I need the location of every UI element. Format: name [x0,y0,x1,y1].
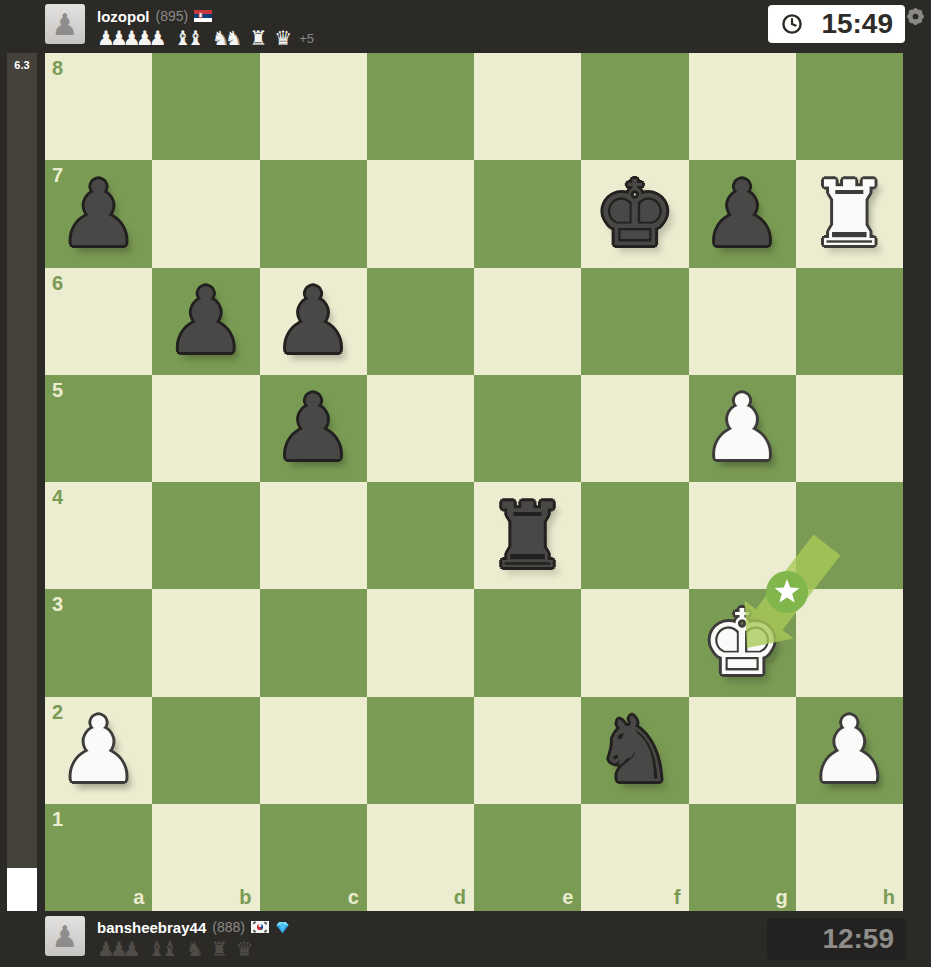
pawn-avatar-icon: ♟ [52,919,79,954]
piece-black-pawn[interactable]: ♟ [152,268,259,375]
square-h6[interactable] [796,268,903,375]
captured-bishop-group: ♝♝ [148,939,186,959]
square-f6[interactable] [581,268,688,375]
square-h3[interactable] [796,589,903,696]
square-a8[interactable]: 8 [45,53,152,160]
top-player-captured-pieces: ♟♟♟♟♟♝♝♞♞♜♛+5 [97,28,314,48]
rank-label-6: 6 [52,273,63,293]
chess-game-screen: ♟ lozopol (895) ♟♟♟♟♟♝♝♞♞♜♛+5 15:49 [0,0,931,967]
file-label-b: b [239,887,251,907]
top-player-clock: 15:49 [768,5,905,43]
square-e5[interactable] [474,375,581,482]
square-c8[interactable] [260,53,367,160]
piece-white-king[interactable]: ♚ [689,589,796,696]
piece-black-pawn[interactable]: ♟ [689,160,796,267]
captured-knight-group: ♞♞ [212,28,250,48]
captured-queen-group: ♛ [274,28,299,48]
bottom-player-rating: (888) [212,919,245,935]
captured-pawn-group: ♟♟♟ [97,939,148,959]
square-c1[interactable]: c [260,804,367,911]
rank-label-4: 4 [52,487,63,507]
piece-black-king[interactable]: ♚ [581,160,688,267]
captured-rook-group: ♜ [211,939,236,959]
top-player-info: lozopol (895) ♟♟♟♟♟♝♝♞♞♜♛+5 [97,7,314,48]
file-label-g: g [776,887,788,907]
square-f4[interactable] [581,482,688,589]
square-d6[interactable] [367,268,474,375]
square-d1[interactable]: d [367,804,474,911]
square-g8[interactable] [689,53,796,160]
square-d2[interactable] [367,697,474,804]
piece-white-rook[interactable]: ♜ [796,160,903,267]
rank-label-3: 3 [52,594,63,614]
square-d3[interactable] [367,589,474,696]
square-c7[interactable] [260,160,367,267]
square-c3[interactable] [260,589,367,696]
square-a4[interactable]: 4 [45,482,152,589]
square-e2[interactable] [474,697,581,804]
piece-black-rook[interactable]: ♜ [474,482,581,589]
square-b1[interactable]: b [152,804,259,911]
file-label-e: e [562,887,573,907]
square-h2[interactable]: ♟ [796,697,903,804]
square-h1[interactable]: h [796,804,903,911]
square-f8[interactable] [581,53,688,160]
captured-queen-group: ♛ [236,939,261,959]
square-a6[interactable]: 6 [45,268,152,375]
square-f7[interactable]: ♚ [581,160,688,267]
piece-black-pawn[interactable]: ♟ [45,160,152,267]
file-label-a: a [133,887,144,907]
square-h7[interactable]: ♜ [796,160,903,267]
square-g1[interactable]: g [689,804,796,911]
square-a2[interactable]: 2♟ [45,697,152,804]
captured-knight-group: ♞ [186,939,211,959]
square-f5[interactable] [581,375,688,482]
square-f2[interactable]: ♞ [581,697,688,804]
square-b4[interactable] [152,482,259,589]
serbia-flag-icon [194,10,212,22]
file-label-d: d [454,887,466,907]
square-g5[interactable]: ♟ [689,375,796,482]
square-e4[interactable]: ♜ [474,482,581,589]
square-g3[interactable]: ♚ [689,589,796,696]
square-c4[interactable] [260,482,367,589]
square-e6[interactable] [474,268,581,375]
evaluation-bar: 6.3 [7,53,37,911]
clock-icon [780,12,804,36]
square-e7[interactable] [474,160,581,267]
top-player-avatar[interactable]: ♟ [45,4,85,44]
square-d5[interactable] [367,375,474,482]
captured-rook-group: ♜ [249,28,274,48]
bottom-player-name[interactable]: bansheebray44 [97,919,206,936]
bottom-player-avatar[interactable]: ♟ [45,916,85,956]
square-b6[interactable]: ♟ [152,268,259,375]
square-h4[interactable] [796,482,903,589]
square-g4[interactable] [689,482,796,589]
captured-pawn-group: ♟♟♟♟♟ [97,28,174,48]
square-f1[interactable]: f [581,804,688,911]
evaluation-score: 6.3 [7,59,37,71]
square-h8[interactable] [796,53,903,160]
square-a1[interactable]: 1a [45,804,152,911]
square-d4[interactable] [367,482,474,589]
piece-white-pawn[interactable]: ♟ [796,697,903,804]
square-e3[interactable] [474,589,581,696]
square-d7[interactable] [367,160,474,267]
diamond-membership-icon[interactable] [275,920,290,935]
rank-label-5: 5 [52,380,63,400]
square-g6[interactable] [689,268,796,375]
south-korea-flag-icon [251,921,269,933]
file-label-c: c [348,887,359,907]
bottom-player-info: bansheebray44 (888) ♟♟♟♝♝♞♜♛ [97,918,290,959]
settings-gear-icon[interactable] [905,6,926,27]
square-h5[interactable] [796,375,903,482]
square-g2[interactable] [689,697,796,804]
bottom-player-clock: 12:59 [767,918,906,960]
square-c5[interactable]: ♟ [260,375,367,482]
square-b5[interactable] [152,375,259,482]
top-clock-time: 15:49 [821,8,893,40]
rank-label-8: 8 [52,58,63,78]
piece-black-pawn[interactable]: ♟ [260,268,367,375]
square-g7[interactable]: ♟ [689,160,796,267]
square-a7[interactable]: 7♟ [45,160,152,267]
piece-black-pawn[interactable]: ♟ [260,375,367,482]
top-player-name[interactable]: lozopol [97,8,150,25]
square-a3[interactable]: 3 [45,589,152,696]
square-f3[interactable] [581,589,688,696]
captured-bishop-group: ♝♝ [174,28,212,48]
square-b3[interactable] [152,589,259,696]
square-c2[interactable] [260,697,367,804]
bottom-clock-time: 12:59 [822,923,894,955]
square-a5[interactable]: 5 [45,375,152,482]
bottom-player-captured-pieces: ♟♟♟♝♝♞♜♛ [97,939,290,959]
piece-black-knight[interactable]: ♞ [581,697,688,804]
chess-board: 87♟♚♟♜6♟♟5♟♟4♜3♚2♟♞♟1abcdefgh [45,53,903,911]
file-label-f: f [674,887,681,907]
piece-white-pawn[interactable]: ♟ [689,375,796,482]
rank-label-1: 1 [52,809,63,829]
pawn-avatar-icon: ♟ [52,7,79,42]
top-player-rating: (895) [156,8,189,24]
piece-white-pawn[interactable]: ♟ [45,697,152,804]
square-e8[interactable] [474,53,581,160]
evaluation-white-portion [7,868,37,911]
square-b8[interactable] [152,53,259,160]
square-b2[interactable] [152,697,259,804]
square-e1[interactable]: e [474,804,581,911]
material-advantage: +5 [299,31,314,46]
square-d8[interactable] [367,53,474,160]
square-b7[interactable] [152,160,259,267]
file-label-h: h [883,887,895,907]
square-c6[interactable]: ♟ [260,268,367,375]
